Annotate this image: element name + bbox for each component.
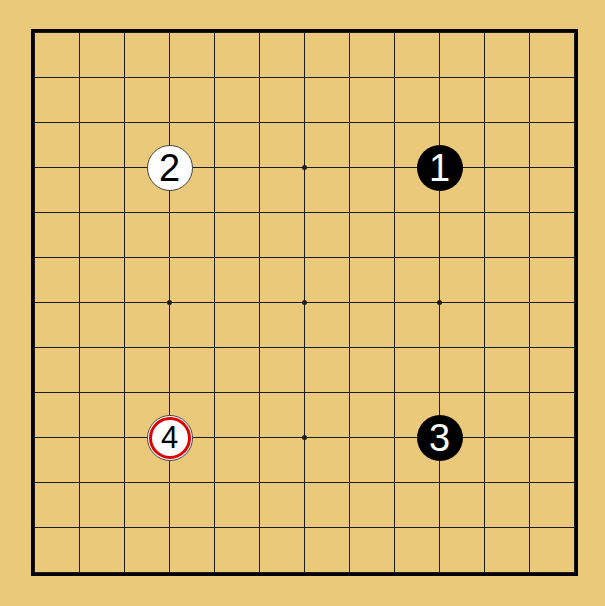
- hoshi-dot: [302, 165, 307, 170]
- stone-number: 4: [161, 422, 178, 453]
- stone-white-2: 2: [147, 145, 193, 191]
- hoshi-dot: [302, 300, 307, 305]
- go-diagram-page: 1234: [0, 0, 605, 606]
- stone-black-3: 3: [417, 415, 463, 461]
- stone-white-4: 4: [147, 415, 193, 461]
- hoshi-dot: [437, 300, 442, 305]
- hoshi-dot: [302, 435, 307, 440]
- stone-number: 3: [429, 419, 450, 457]
- stone-black-1: 1: [417, 145, 463, 191]
- go-board[interactable]: 1234: [31, 29, 578, 576]
- stone-number: 1: [429, 149, 450, 187]
- stone-number: 2: [159, 149, 180, 187]
- hoshi-dot: [167, 300, 172, 305]
